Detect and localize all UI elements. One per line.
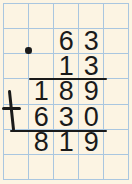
grid-cell-r1c1 [29, 29, 54, 54]
grid-cell-r4c1: 6 [29, 105, 54, 130]
grid-cell-r1c4 [104, 29, 129, 54]
grid-cell-r3c1: 1 [29, 79, 54, 104]
grid-cell-r6c2 [54, 155, 79, 180]
grid-cell-r2c4 [104, 54, 129, 79]
grid-cell-r5c4 [104, 130, 129, 155]
grid-cell-r3c0 [4, 79, 29, 104]
grid-cell-r6c0 [4, 155, 29, 180]
squared-paper-sheet: 6313189630819 [0, 0, 132, 184]
grid-cell-r4c0 [4, 105, 29, 130]
grid-cell-r4c4 [104, 105, 129, 130]
grid-cell-r4c2: 3 [54, 105, 79, 130]
grid-cell-r0c1 [29, 4, 54, 29]
grid-cell-r3c2: 8 [54, 79, 79, 104]
grid-cell-r3c3: 9 [79, 79, 104, 104]
grid-cell-r6c4 [104, 155, 129, 180]
grid-cell-r5c1: 8 [29, 130, 54, 155]
grid-cell-r5c3: 9 [79, 130, 104, 155]
grid-cell-r0c4 [104, 4, 129, 29]
grid-cell-r6c3 [79, 155, 104, 180]
grid-cell-r3c4 [104, 79, 129, 104]
grid-cell-r1c0 [4, 29, 29, 54]
grid-cell-r0c0 [4, 4, 29, 29]
worksheet-grid: 6313189630819 [3, 3, 129, 180]
grid-cell-r6c1 [29, 155, 54, 180]
grid-cell-r2c0 [4, 54, 29, 79]
grid-cell-r5c0 [4, 130, 29, 155]
grid-cell-r4c3: 0 [79, 105, 104, 130]
grid-cell-r5c2: 1 [54, 130, 79, 155]
